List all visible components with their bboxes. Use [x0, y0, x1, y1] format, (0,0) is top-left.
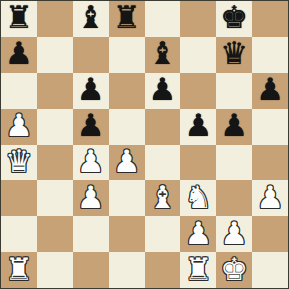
square-c6[interactable]: ♟: [73, 73, 109, 109]
square-d5[interactable]: [109, 109, 145, 145]
chess-board: ♜♝♜♚♟♝♛♟♟♟♟♟♟♟♛♟♟♟♝♞♟♟♟♜♜♚: [0, 0, 289, 289]
piece-white-queen: ♛: [5, 146, 33, 177]
square-d7[interactable]: [109, 37, 145, 73]
square-c7[interactable]: [73, 37, 109, 73]
square-h6[interactable]: ♟: [252, 73, 288, 109]
square-e5[interactable]: [145, 109, 181, 145]
square-b7[interactable]: [37, 37, 73, 73]
square-c1[interactable]: [73, 252, 109, 288]
square-e6[interactable]: ♟: [145, 73, 181, 109]
square-g7[interactable]: ♛: [216, 37, 252, 73]
square-a2[interactable]: [1, 216, 37, 252]
piece-black-pawn: ♟: [149, 74, 177, 105]
piece-white-king: ♚: [220, 254, 248, 285]
square-g4[interactable]: [216, 145, 252, 181]
square-e4[interactable]: [145, 145, 181, 181]
piece-black-pawn: ♟: [5, 38, 33, 69]
piece-white-bishop: ♝: [149, 182, 177, 213]
square-a1[interactable]: ♜: [1, 252, 37, 288]
square-b3[interactable]: [37, 180, 73, 216]
piece-white-pawn: ♟: [220, 218, 248, 249]
piece-black-pawn: ♟: [184, 110, 212, 141]
square-c2[interactable]: [73, 216, 109, 252]
square-f5[interactable]: ♟: [180, 109, 216, 145]
square-a7[interactable]: ♟: [1, 37, 37, 73]
square-f3[interactable]: ♞: [180, 180, 216, 216]
square-d3[interactable]: [109, 180, 145, 216]
piece-black-pawn: ♟: [220, 110, 248, 141]
square-h7[interactable]: [252, 37, 288, 73]
square-a6[interactable]: [1, 73, 37, 109]
square-f6[interactable]: [180, 73, 216, 109]
square-g2[interactable]: ♟: [216, 216, 252, 252]
square-b8[interactable]: [37, 1, 73, 37]
square-e7[interactable]: ♝: [145, 37, 181, 73]
square-c5[interactable]: ♟: [73, 109, 109, 145]
square-d8[interactable]: ♜: [109, 1, 145, 37]
piece-white-pawn: ♟: [256, 182, 284, 213]
square-h5[interactable]: [252, 109, 288, 145]
piece-white-knight: ♞: [184, 182, 212, 213]
square-g8[interactable]: ♚: [216, 1, 252, 37]
square-h8[interactable]: [252, 1, 288, 37]
square-f7[interactable]: [180, 37, 216, 73]
square-b1[interactable]: [37, 252, 73, 288]
square-h3[interactable]: ♟: [252, 180, 288, 216]
piece-black-king: ♚: [220, 2, 248, 33]
square-e2[interactable]: [145, 216, 181, 252]
square-b4[interactable]: [37, 145, 73, 181]
square-h4[interactable]: [252, 145, 288, 181]
piece-black-pawn: ♟: [77, 110, 105, 141]
piece-white-pawn: ♟: [184, 218, 212, 249]
square-a3[interactable]: [1, 180, 37, 216]
square-f2[interactable]: ♟: [180, 216, 216, 252]
square-e8[interactable]: [145, 1, 181, 37]
square-g1[interactable]: ♚: [216, 252, 252, 288]
piece-black-pawn: ♟: [256, 74, 284, 105]
piece-black-pawn: ♟: [77, 74, 105, 105]
square-b2[interactable]: [37, 216, 73, 252]
square-c3[interactable]: ♟: [73, 180, 109, 216]
square-f8[interactable]: [180, 1, 216, 37]
square-a5[interactable]: ♟: [1, 109, 37, 145]
piece-black-bishop: ♝: [77, 2, 105, 33]
piece-black-rook: ♜: [5, 2, 33, 33]
square-h2[interactable]: [252, 216, 288, 252]
piece-white-rook: ♜: [184, 254, 212, 285]
piece-white-pawn: ♟: [5, 110, 33, 141]
square-d1[interactable]: [109, 252, 145, 288]
piece-black-rook: ♜: [113, 2, 141, 33]
piece-white-pawn: ♟: [113, 146, 141, 177]
piece-black-bishop: ♝: [149, 38, 177, 69]
piece-white-pawn: ♟: [77, 182, 105, 213]
square-g5[interactable]: ♟: [216, 109, 252, 145]
square-c8[interactable]: ♝: [73, 1, 109, 37]
piece-black-queen: ♛: [220, 38, 248, 69]
square-f4[interactable]: [180, 145, 216, 181]
piece-white-rook: ♜: [5, 254, 33, 285]
square-a4[interactable]: ♛: [1, 145, 37, 181]
square-h1[interactable]: [252, 252, 288, 288]
square-e1[interactable]: [145, 252, 181, 288]
piece-white-pawn: ♟: [77, 146, 105, 177]
square-b6[interactable]: [37, 73, 73, 109]
square-f1[interactable]: ♜: [180, 252, 216, 288]
square-g3[interactable]: [216, 180, 252, 216]
square-g6[interactable]: [216, 73, 252, 109]
square-b5[interactable]: [37, 109, 73, 145]
square-d6[interactable]: [109, 73, 145, 109]
square-d2[interactable]: [109, 216, 145, 252]
square-a8[interactable]: ♜: [1, 1, 37, 37]
square-d4[interactable]: ♟: [109, 145, 145, 181]
square-e3[interactable]: ♝: [145, 180, 181, 216]
square-c4[interactable]: ♟: [73, 145, 109, 181]
